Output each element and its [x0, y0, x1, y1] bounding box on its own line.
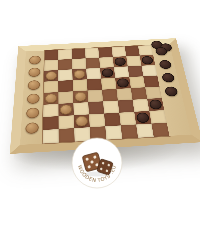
board-square-a7 [43, 116, 59, 130]
board-square-e7 [104, 113, 121, 127]
board-square-b7 [59, 115, 75, 129]
board-square-h3 [141, 65, 157, 76]
board-square-c6 [73, 102, 89, 115]
board-square-d6 [88, 101, 104, 114]
checker-piece-light [74, 92, 86, 102]
board-square-d7 [89, 114, 105, 128]
board-square-h7 [149, 110, 166, 123]
board-square-h6 [147, 98, 164, 111]
board-square-a8 [43, 129, 59, 143]
checker-piece-dark [117, 78, 130, 88]
checker-piece-dark [102, 68, 114, 77]
checker-piece-light [60, 104, 72, 115]
board-square-b6 [58, 103, 73, 116]
board-square-b3 [58, 69, 72, 81]
board-square-e6 [103, 101, 119, 114]
board [43, 45, 170, 143]
board-square-h8 [151, 123, 169, 137]
board-square-h5 [145, 87, 162, 99]
checker-piece-light [74, 70, 86, 79]
board-square-f4 [115, 77, 131, 89]
board-square-h4 [143, 76, 159, 88]
checker-piece-dark [114, 57, 126, 66]
checker-piece-dark [149, 99, 163, 109]
brand-badge: WOODEN TOYS .EU [71, 137, 123, 189]
board-square-a5 [44, 92, 59, 105]
board-square-c7 [74, 114, 90, 128]
board-square-f5 [116, 88, 132, 100]
board-square-c5 [73, 90, 88, 103]
checker-piece-light [75, 116, 88, 127]
checker-piece-light [45, 93, 57, 103]
board-square-b5 [58, 91, 73, 104]
board-square-a3 [44, 70, 58, 82]
board-square-e3 [100, 67, 115, 78]
board-square-a4 [44, 81, 59, 93]
board-square-b4 [58, 80, 73, 92]
checker-piece-dark [141, 56, 153, 65]
board-square-c4 [73, 79, 88, 91]
board-square-c3 [72, 69, 87, 80]
checker-piece-light [46, 71, 57, 80]
board-square-d5 [88, 90, 104, 102]
board-square-d3 [86, 68, 101, 79]
board-square-d4 [87, 79, 102, 91]
board-square-a6 [43, 104, 58, 117]
board-square-f3 [114, 66, 129, 77]
checker-piece-dark [136, 112, 150, 123]
board-square-e4 [101, 78, 116, 90]
board-square-e5 [102, 89, 118, 101]
